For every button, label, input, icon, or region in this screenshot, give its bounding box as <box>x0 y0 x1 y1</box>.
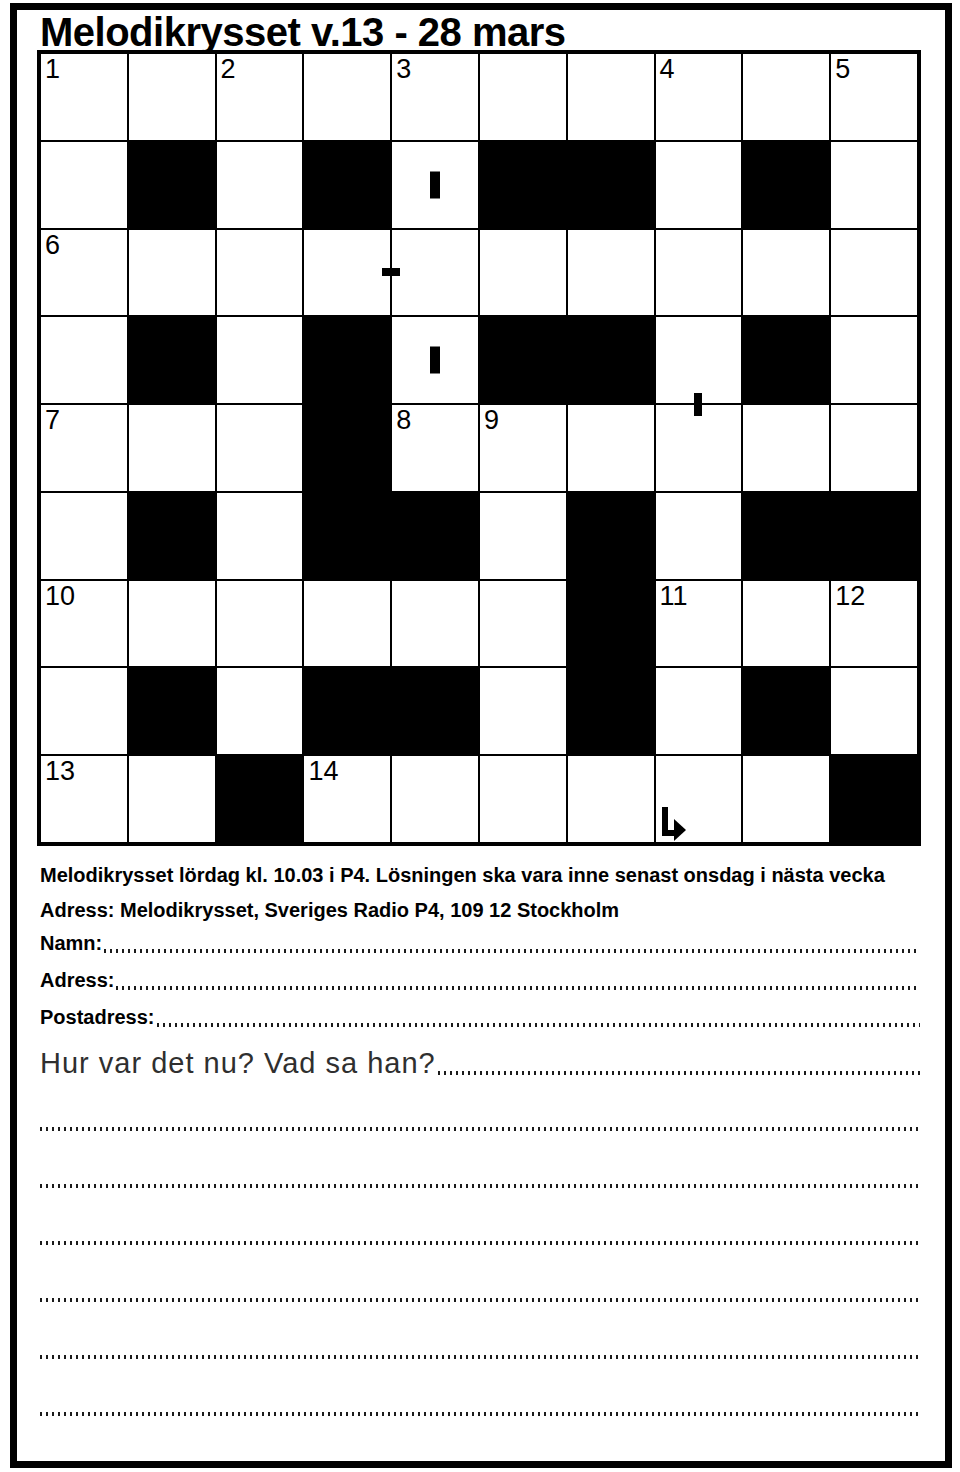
cell-r4c8[interactable] <box>655 316 743 404</box>
cell-r3c6[interactable] <box>479 229 567 317</box>
cell-r9c9[interactable] <box>742 755 830 843</box>
cell-r3c10[interactable] <box>830 229 918 317</box>
cell-r8c5 <box>391 667 479 755</box>
clue-number-8: 8 <box>396 405 411 436</box>
cell-r2c10[interactable] <box>830 141 918 229</box>
cell-r4c6 <box>479 316 567 404</box>
hyphen-horizontal-icon <box>382 268 400 276</box>
address-fill-line[interactable] <box>116 986 920 990</box>
clue-number-2: 2 <box>221 54 236 85</box>
answer-line-2[interactable] <box>40 1184 920 1188</box>
cell-r3c8[interactable] <box>655 229 743 317</box>
clue-number-6: 6 <box>45 230 60 261</box>
cell-r6c1[interactable] <box>40 492 128 580</box>
clue-number-9: 9 <box>484 405 499 436</box>
cell-r8c2 <box>128 667 216 755</box>
cell-r8c9 <box>742 667 830 755</box>
cell-r3c2[interactable] <box>128 229 216 317</box>
cell-r1c8[interactable]: 4 <box>655 53 743 141</box>
cell-r5c2[interactable] <box>128 404 216 492</box>
cell-r2c5[interactable] <box>391 141 479 229</box>
crossword-grid: 1234567891011121314 <box>37 50 921 846</box>
cell-r3c4[interactable] <box>303 229 391 317</box>
cell-r7c10[interactable]: 12 <box>830 580 918 668</box>
cell-r7c4[interactable] <box>303 580 391 668</box>
vertical-bar-icon <box>430 347 440 374</box>
address-field-row: Adress: <box>40 968 920 993</box>
arrow-down-right-icon <box>659 807 687 841</box>
cell-r5c4 <box>303 404 391 492</box>
cell-r5c7[interactable] <box>567 404 655 492</box>
cell-r5c5[interactable]: 8 <box>391 404 479 492</box>
cell-r1c3[interactable]: 2 <box>216 53 304 141</box>
cell-r1c4[interactable] <box>303 53 391 141</box>
page-title: Melodikrysset v.13 - 28 mars <box>40 10 566 55</box>
broadcast-info: Melodikrysset lördag kl. 10.03 i P4. Lös… <box>40 863 885 888</box>
cell-r9c5[interactable] <box>391 755 479 843</box>
cell-r6c2 <box>128 492 216 580</box>
cell-r5c9[interactable] <box>742 404 830 492</box>
cell-r9c3 <box>216 755 304 843</box>
cell-r7c2[interactable] <box>128 580 216 668</box>
cell-r3c3[interactable] <box>216 229 304 317</box>
cell-r4c10[interactable] <box>830 316 918 404</box>
answer-line-4[interactable] <box>40 1298 920 1302</box>
cell-r7c3[interactable] <box>216 580 304 668</box>
cell-r2c9 <box>742 141 830 229</box>
cell-r1c5[interactable]: 3 <box>391 53 479 141</box>
cell-r6c8[interactable] <box>655 492 743 580</box>
cell-r1c6[interactable] <box>479 53 567 141</box>
cell-r2c2 <box>128 141 216 229</box>
cell-r1c1[interactable]: 1 <box>40 53 128 141</box>
cell-r7c9[interactable] <box>742 580 830 668</box>
vertical-bar-icon <box>430 171 440 198</box>
cell-r6c4 <box>303 492 391 580</box>
cell-r5c10[interactable] <box>830 404 918 492</box>
cell-r2c3[interactable] <box>216 141 304 229</box>
cell-r4c5[interactable] <box>391 316 479 404</box>
cell-r9c8[interactable] <box>655 755 743 843</box>
question-label: Hur var det nu? Vad sa han? <box>40 1046 436 1080</box>
clue-number-14: 14 <box>308 756 338 787</box>
address-label: Adress: <box>40 968 114 993</box>
cell-r6c3[interactable] <box>216 492 304 580</box>
name-label: Namn: <box>40 931 102 956</box>
cell-r3c1[interactable]: 6 <box>40 229 128 317</box>
hyphen-vertical-icon <box>694 393 702 416</box>
clue-number-1: 1 <box>45 54 60 85</box>
cell-r8c3[interactable] <box>216 667 304 755</box>
answer-lines <box>40 1127 920 1469</box>
question-row: Hur var det nu? Vad sa han? <box>40 1046 920 1080</box>
cell-r5c1[interactable]: 7 <box>40 404 128 492</box>
cell-r5c6[interactable]: 9 <box>479 404 567 492</box>
cell-r8c10[interactable] <box>830 667 918 755</box>
clue-number-7: 7 <box>45 405 60 436</box>
cell-r6c7 <box>567 492 655 580</box>
cell-r6c9 <box>742 492 830 580</box>
cell-r2c7 <box>567 141 655 229</box>
clue-number-4: 4 <box>660 54 675 85</box>
postal-field-row: Postadress: <box>40 1005 920 1030</box>
cell-r4c3[interactable] <box>216 316 304 404</box>
cell-r1c10[interactable]: 5 <box>830 53 918 141</box>
name-field-row: Namn: <box>40 931 920 956</box>
cell-r1c2[interactable] <box>128 53 216 141</box>
cell-r8c7 <box>567 667 655 755</box>
clue-number-3: 3 <box>396 54 411 85</box>
clue-number-10: 10 <box>45 581 75 612</box>
answer-line-1[interactable] <box>40 1127 920 1131</box>
cell-r7c5[interactable] <box>391 580 479 668</box>
cell-r4c9 <box>742 316 830 404</box>
cell-r7c1[interactable]: 10 <box>40 580 128 668</box>
cell-r8c8[interactable] <box>655 667 743 755</box>
cell-r6c6[interactable] <box>479 492 567 580</box>
cell-r8c4 <box>303 667 391 755</box>
cell-r9c4[interactable]: 14 <box>303 755 391 843</box>
cell-r9c7[interactable] <box>567 755 655 843</box>
cell-r8c1[interactable] <box>40 667 128 755</box>
name-fill-line[interactable] <box>104 949 920 953</box>
cell-r4c2 <box>128 316 216 404</box>
cell-r2c8[interactable] <box>655 141 743 229</box>
cell-r5c8[interactable] <box>655 404 743 492</box>
clue-number-5: 5 <box>835 54 850 85</box>
answer-line-6[interactable] <box>40 1412 920 1416</box>
answer-line-3[interactable] <box>40 1241 920 1245</box>
cell-r4c7 <box>567 316 655 404</box>
cell-r9c1[interactable]: 13 <box>40 755 128 843</box>
cell-r1c7[interactable] <box>567 53 655 141</box>
cell-r8c6[interactable] <box>479 667 567 755</box>
cell-r3c7[interactable] <box>567 229 655 317</box>
cell-r9c6[interactable] <box>479 755 567 843</box>
cell-r2c6 <box>479 141 567 229</box>
cell-r2c4 <box>303 141 391 229</box>
cell-r9c2[interactable] <box>128 755 216 843</box>
cell-r4c1[interactable] <box>40 316 128 404</box>
postal-fill-line[interactable] <box>157 1023 921 1027</box>
question-fill-line[interactable] <box>438 1071 920 1075</box>
cell-r2c1[interactable] <box>40 141 128 229</box>
cell-r5c3[interactable] <box>216 404 304 492</box>
answer-line-5[interactable] <box>40 1355 920 1359</box>
cell-r7c8[interactable]: 11 <box>655 580 743 668</box>
cell-r7c7 <box>567 580 655 668</box>
clue-number-13: 13 <box>45 756 75 787</box>
cell-r1c9[interactable] <box>742 53 830 141</box>
cell-r3c5[interactable] <box>391 229 479 317</box>
cell-r4c4 <box>303 316 391 404</box>
cell-r6c5 <box>391 492 479 580</box>
cell-r3c9[interactable] <box>742 229 830 317</box>
cell-r7c6[interactable] <box>479 580 567 668</box>
cell-r6c10 <box>830 492 918 580</box>
postal-address-info: Adress: Melodikrysset, Sveriges Radio P4… <box>40 898 619 923</box>
cell-r9c10 <box>830 755 918 843</box>
clue-number-11: 11 <box>660 581 688 612</box>
clue-number-12: 12 <box>835 581 865 612</box>
postal-label: Postadress: <box>40 1005 155 1030</box>
